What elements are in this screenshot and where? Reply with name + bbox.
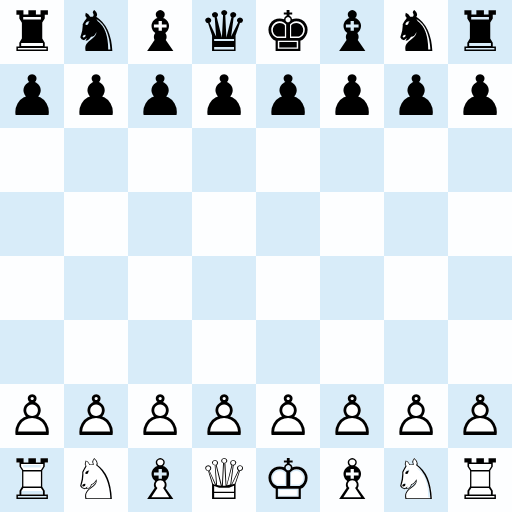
piece-black-pawn[interactable]: ♟ — [64, 64, 128, 128]
piece-black-pawn[interactable]: ♟ — [384, 64, 448, 128]
piece-black-queen[interactable]: ♛ — [192, 0, 256, 64]
square-d3[interactable] — [192, 320, 256, 384]
piece-white-pawn[interactable]: ♟♙ — [256, 384, 320, 448]
piece-black-pawn[interactable]: ♟ — [128, 64, 192, 128]
piece-black-king[interactable]: ♚ — [256, 0, 320, 64]
square-e2[interactable]: ♟♙ — [256, 384, 320, 448]
piece-white-pawn[interactable]: ♟♙ — [0, 384, 64, 448]
square-f1[interactable]: ♝♗ — [320, 448, 384, 512]
square-d4[interactable] — [192, 256, 256, 320]
square-h1[interactable]: ♜♖ — [448, 448, 512, 512]
square-f8[interactable]: ♝ — [320, 0, 384, 64]
square-f6[interactable] — [320, 128, 384, 192]
square-a3[interactable] — [0, 320, 64, 384]
square-h5[interactable] — [448, 192, 512, 256]
piece-white-bishop[interactable]: ♝♗ — [128, 448, 192, 512]
square-h4[interactable] — [448, 256, 512, 320]
black-queen-icon: ♛ — [192, 0, 256, 64]
square-g1[interactable]: ♞♘ — [384, 448, 448, 512]
square-a4[interactable] — [0, 256, 64, 320]
piece-black-rook[interactable]: ♜ — [0, 0, 64, 64]
piece-white-pawn[interactable]: ♟♙ — [384, 384, 448, 448]
square-b1[interactable]: ♞♘ — [64, 448, 128, 512]
black-pawn-icon: ♟ — [192, 64, 256, 128]
black-pawn-icon: ♟ — [320, 64, 384, 128]
square-c4[interactable] — [128, 256, 192, 320]
square-b8[interactable]: ♞ — [64, 0, 128, 64]
black-bishop-icon: ♝ — [320, 0, 384, 64]
white-pawn-outline-icon: ♙ — [0, 384, 64, 448]
black-bishop-icon: ♝ — [128, 0, 192, 64]
square-b4[interactable] — [64, 256, 128, 320]
square-h2[interactable]: ♟♙ — [448, 384, 512, 448]
white-king-outline-icon: ♔ — [256, 448, 320, 512]
square-d1[interactable]: ♛♕ — [192, 448, 256, 512]
piece-white-queen[interactable]: ♛♕ — [192, 448, 256, 512]
black-king-icon: ♚ — [256, 0, 320, 64]
square-f7[interactable]: ♟ — [320, 64, 384, 128]
white-pawn-outline-icon: ♙ — [128, 384, 192, 448]
square-g7[interactable]: ♟ — [384, 64, 448, 128]
piece-black-pawn[interactable]: ♟ — [320, 64, 384, 128]
square-d6[interactable] — [192, 128, 256, 192]
square-e4[interactable] — [256, 256, 320, 320]
piece-black-pawn[interactable]: ♟ — [192, 64, 256, 128]
piece-white-pawn[interactable]: ♟♙ — [448, 384, 512, 448]
piece-black-knight[interactable]: ♞ — [384, 0, 448, 64]
white-pawn-outline-icon: ♙ — [320, 384, 384, 448]
piece-white-knight[interactable]: ♞♘ — [384, 448, 448, 512]
square-f2[interactable]: ♟♙ — [320, 384, 384, 448]
white-rook-outline-icon: ♖ — [0, 448, 64, 512]
square-e8[interactable]: ♚ — [256, 0, 320, 64]
square-a7[interactable]: ♟ — [0, 64, 64, 128]
square-e3[interactable] — [256, 320, 320, 384]
square-g4[interactable] — [384, 256, 448, 320]
square-h3[interactable] — [448, 320, 512, 384]
square-c8[interactable]: ♝ — [128, 0, 192, 64]
square-c5[interactable] — [128, 192, 192, 256]
white-knight-outline-icon: ♘ — [384, 448, 448, 512]
square-d8[interactable]: ♛ — [192, 0, 256, 64]
square-a5[interactable] — [0, 192, 64, 256]
square-f3[interactable] — [320, 320, 384, 384]
piece-black-pawn[interactable]: ♟ — [0, 64, 64, 128]
square-g3[interactable] — [384, 320, 448, 384]
piece-white-knight[interactable]: ♞♘ — [64, 448, 128, 512]
piece-black-knight[interactable]: ♞ — [64, 0, 128, 64]
white-queen-outline-icon: ♕ — [192, 448, 256, 512]
square-b2[interactable]: ♟♙ — [64, 384, 128, 448]
white-pawn-outline-icon: ♙ — [192, 384, 256, 448]
square-e7[interactable]: ♟ — [256, 64, 320, 128]
square-g6[interactable] — [384, 128, 448, 192]
square-c7[interactable]: ♟ — [128, 64, 192, 128]
square-a8[interactable]: ♜ — [0, 0, 64, 64]
piece-black-pawn[interactable]: ♟ — [256, 64, 320, 128]
square-b3[interactable] — [64, 320, 128, 384]
black-rook-icon: ♜ — [448, 0, 512, 64]
piece-white-pawn[interactable]: ♟♙ — [128, 384, 192, 448]
square-g5[interactable] — [384, 192, 448, 256]
square-d2[interactable]: ♟♙ — [192, 384, 256, 448]
white-bishop-outline-icon: ♗ — [320, 448, 384, 512]
square-g8[interactable]: ♞ — [384, 0, 448, 64]
square-b6[interactable] — [64, 128, 128, 192]
piece-black-bishop[interactable]: ♝ — [320, 0, 384, 64]
square-f5[interactable] — [320, 192, 384, 256]
square-b5[interactable] — [64, 192, 128, 256]
piece-black-rook[interactable]: ♜ — [448, 0, 512, 64]
chess-board: ♜♞♝♛♚♝♞♜♟♟♟♟♟♟♟♟♟♙♟♙♟♙♟♙♟♙♟♙♟♙♟♙♜♖♞♘♝♗♛♕… — [0, 0, 512, 512]
piece-white-pawn[interactable]: ♟♙ — [192, 384, 256, 448]
black-knight-icon: ♞ — [384, 0, 448, 64]
piece-white-rook[interactable]: ♜♖ — [448, 448, 512, 512]
square-h6[interactable] — [448, 128, 512, 192]
black-pawn-icon: ♟ — [448, 64, 512, 128]
black-rook-icon: ♜ — [0, 0, 64, 64]
black-pawn-icon: ♟ — [256, 64, 320, 128]
square-b7[interactable]: ♟ — [64, 64, 128, 128]
white-pawn-outline-icon: ♙ — [384, 384, 448, 448]
square-g2[interactable]: ♟♙ — [384, 384, 448, 448]
white-rook-outline-icon: ♖ — [448, 448, 512, 512]
square-h7[interactable]: ♟ — [448, 64, 512, 128]
white-knight-outline-icon: ♘ — [64, 448, 128, 512]
square-d5[interactable] — [192, 192, 256, 256]
piece-white-king[interactable]: ♚♔ — [256, 448, 320, 512]
square-c1[interactable]: ♝♗ — [128, 448, 192, 512]
piece-white-pawn[interactable]: ♟♙ — [64, 384, 128, 448]
square-c2[interactable]: ♟♙ — [128, 384, 192, 448]
square-a6[interactable] — [0, 128, 64, 192]
square-e6[interactable] — [256, 128, 320, 192]
white-pawn-outline-icon: ♙ — [256, 384, 320, 448]
square-c3[interactable] — [128, 320, 192, 384]
piece-white-rook[interactable]: ♜♖ — [0, 448, 64, 512]
square-f4[interactable] — [320, 256, 384, 320]
piece-white-bishop[interactable]: ♝♗ — [320, 448, 384, 512]
white-bishop-outline-icon: ♗ — [128, 448, 192, 512]
black-pawn-icon: ♟ — [0, 64, 64, 128]
square-e5[interactable] — [256, 192, 320, 256]
black-pawn-icon: ♟ — [128, 64, 192, 128]
square-e1[interactable]: ♚♔ — [256, 448, 320, 512]
square-a1[interactable]: ♜♖ — [0, 448, 64, 512]
piece-black-pawn[interactable]: ♟ — [448, 64, 512, 128]
square-c6[interactable] — [128, 128, 192, 192]
square-h8[interactable]: ♜ — [448, 0, 512, 64]
white-pawn-outline-icon: ♙ — [448, 384, 512, 448]
square-a2[interactable]: ♟♙ — [0, 384, 64, 448]
white-pawn-outline-icon: ♙ — [64, 384, 128, 448]
square-d7[interactable]: ♟ — [192, 64, 256, 128]
black-pawn-icon: ♟ — [384, 64, 448, 128]
black-knight-icon: ♞ — [64, 0, 128, 64]
piece-white-pawn[interactable]: ♟♙ — [320, 384, 384, 448]
piece-black-bishop[interactable]: ♝ — [128, 0, 192, 64]
black-pawn-icon: ♟ — [64, 64, 128, 128]
